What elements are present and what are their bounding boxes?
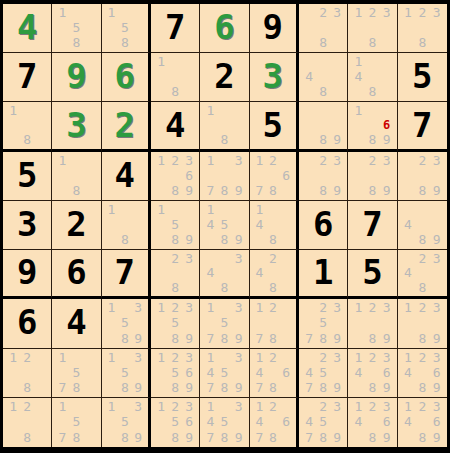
- pencil-mark-1: 1: [203, 399, 217, 414]
- pencil-mark-3: 3: [132, 399, 145, 414]
- solved-digit: 6: [115, 59, 135, 95]
- cell-r8c5[interactable]: 1345789: [200, 349, 249, 398]
- cell-r7c8[interactable]: 12389: [348, 299, 397, 348]
- pencil-mark-empty: [266, 202, 279, 217]
- cell-r3c8[interactable]: 1689: [348, 102, 397, 151]
- cell-r5c8[interactable]: 7: [348, 201, 397, 250]
- pencil-mark-3: 3: [182, 153, 196, 168]
- cell-r5c9[interactable]: 489: [398, 201, 447, 250]
- cell-r6c5[interactable]: 348: [200, 250, 249, 299]
- solved-digit: 9: [66, 59, 86, 95]
- pencil-mark-empty: [415, 217, 429, 232]
- pencil-mark-8: 8: [365, 380, 379, 395]
- cell-r2c1[interactable]: 7: [3, 53, 52, 102]
- cell-r3c7[interactable]: 89: [299, 102, 348, 151]
- pencil-mark-2: 2: [316, 350, 330, 365]
- cell-r1c5[interactable]: 6: [200, 4, 249, 53]
- pencil-mark-empty: [217, 168, 231, 183]
- pencil-mark-empty: [280, 380, 293, 395]
- pencil-mark-empty: [380, 103, 394, 117]
- pencil-mark-8: 8: [217, 330, 231, 345]
- pencil-mark-2: 2: [168, 300, 182, 315]
- pencil-mark-8: 8: [316, 183, 330, 198]
- cell-r7c7[interactable]: 235789: [299, 299, 348, 348]
- pencil-mark-empty: [55, 414, 69, 429]
- pencil-mark-empty: [302, 84, 316, 99]
- pencil-mark-2: 2: [365, 300, 379, 315]
- pencil-mark-1: 1: [401, 300, 415, 315]
- cell-r7c9[interactable]: 12389: [398, 299, 447, 348]
- given-digit: 7: [17, 59, 37, 95]
- cell-r9c8[interactable]: 1234689: [348, 398, 397, 447]
- cell-r7c3[interactable]: 13589: [102, 299, 151, 348]
- pencil-marks: 1234689: [348, 349, 396, 397]
- cell-r2c9[interactable]: 5: [398, 53, 447, 102]
- cell-r7c4[interactable]: 123589: [151, 299, 200, 348]
- pencil-mark-empty: [132, 5, 145, 20]
- pencil-mark-empty: [132, 202, 145, 217]
- pencil-mark-2: 2: [316, 399, 330, 414]
- pencil-mark-9: 9: [132, 380, 145, 395]
- pencil-mark-8: 8: [415, 232, 429, 247]
- pencil-mark-empty: [253, 168, 266, 183]
- cell-r1c4[interactable]: 7: [151, 4, 200, 53]
- pencil-mark-empty: [351, 20, 365, 35]
- cell-r4c7[interactable]: 2389: [299, 152, 348, 201]
- cell-r3c6[interactable]: 5: [250, 102, 299, 151]
- pencil-mark-empty: [69, 153, 83, 168]
- pencil-mark-empty: [232, 103, 246, 117]
- pencil-mark-9: 9: [232, 183, 246, 198]
- cell-r4c5[interactable]: 13789: [200, 152, 249, 201]
- cell-r6c9[interactable]: 2348: [398, 250, 447, 299]
- pencil-marks: 14589: [200, 201, 248, 249]
- cell-r5c7[interactable]: 6: [299, 201, 348, 250]
- pencil-mark-5: 5: [118, 365, 131, 380]
- cell-r8c8[interactable]: 1234689: [348, 349, 397, 398]
- pencil-mark-8: 8: [266, 280, 279, 294]
- cell-r9c2[interactable]: 1578: [52, 398, 101, 447]
- pencil-mark-5: 5: [168, 365, 182, 380]
- cell-r8c9[interactable]: 1234689: [398, 349, 447, 398]
- pencil-mark-1: 1: [351, 350, 365, 365]
- cell-r4c9[interactable]: 2389: [398, 152, 447, 201]
- pencil-mark-7: 7: [302, 430, 316, 445]
- pencil-mark-empty: [380, 315, 394, 330]
- cell-r4c4[interactable]: 123689: [151, 152, 200, 201]
- cell-r2c7[interactable]: 48: [299, 53, 348, 102]
- cell-r6c1[interactable]: 9: [3, 250, 52, 299]
- cell-r4c2[interactable]: 18: [52, 152, 101, 201]
- pencil-mark-1: 1: [253, 350, 266, 365]
- pencil-marks: 18: [3, 102, 51, 148]
- pencil-mark-empty: [217, 202, 231, 217]
- pencil-mark-empty: [154, 69, 168, 84]
- cell-r8c1[interactable]: 128: [3, 349, 52, 398]
- cell-r9c3[interactable]: 13589: [102, 398, 151, 447]
- pencil-mark-8: 8: [118, 330, 131, 345]
- pencil-mark-empty: [182, 54, 196, 69]
- given-digit: 6: [313, 207, 333, 243]
- pencil-mark-2: 2: [168, 399, 182, 414]
- pencil-mark-empty: [365, 103, 379, 117]
- pencil-mark-empty: [154, 365, 168, 380]
- cell-r6c3[interactable]: 7: [102, 250, 151, 299]
- pencil-mark-empty: [415, 20, 429, 35]
- pencil-mark-2: 2: [20, 350, 34, 365]
- pencil-marks: 12389: [348, 299, 396, 347]
- cell-r3c1[interactable]: 18: [3, 102, 52, 151]
- pencil-mark-empty: [302, 118, 316, 132]
- pencil-mark-2: 2: [365, 153, 379, 168]
- pencil-mark-8: 8: [168, 232, 182, 247]
- pencil-marks: 1689: [348, 102, 396, 148]
- pencil-mark-1: 1: [154, 54, 168, 69]
- cell-r1c1[interactable]: 4: [3, 4, 52, 53]
- pencil-mark-empty: [84, 350, 98, 365]
- pencil-mark-7: 7: [55, 430, 69, 445]
- pencil-marks: 1345789: [200, 349, 248, 397]
- pencil-mark-1: 1: [253, 300, 266, 315]
- pencil-mark-5: 5: [69, 20, 83, 35]
- pencil-marks: 148: [250, 201, 296, 249]
- pencil-mark-empty: [401, 153, 415, 168]
- pencil-mark-empty: [232, 202, 246, 217]
- cell-r7c5[interactable]: 135789: [200, 299, 249, 348]
- cell-r4c3[interactable]: 4: [102, 152, 151, 201]
- pencil-mark-2: 2: [365, 399, 379, 414]
- pencil-mark-empty: [217, 153, 231, 168]
- pencil-mark-empty: [401, 183, 415, 198]
- cell-r8c4[interactable]: 1235689: [151, 349, 200, 398]
- pencil-mark-8: 8: [316, 330, 330, 345]
- cell-r4c6[interactable]: 12678: [250, 152, 299, 201]
- pencil-mark-9: 9: [182, 232, 196, 247]
- pencil-mark-empty: [203, 118, 217, 132]
- pencil-mark-9: 9: [182, 380, 196, 395]
- pencil-mark-2: 2: [365, 5, 379, 20]
- pencil-mark-empty: [154, 266, 168, 280]
- pencil-mark-8: 8: [365, 84, 379, 99]
- pencil-mark-empty: [232, 414, 246, 429]
- pencil-mark-8: 8: [316, 132, 330, 146]
- pencil-mark-empty: [280, 350, 293, 365]
- pencil-mark-empty: [280, 315, 293, 330]
- pencil-marks: 238: [151, 250, 199, 296]
- pencil-mark-3: 3: [132, 300, 145, 315]
- cell-r7c6[interactable]: 1278: [250, 299, 299, 348]
- pencil-mark-1: 1: [253, 202, 266, 217]
- pencil-mark-6: 6: [280, 365, 293, 380]
- pencil-mark-8: 8: [118, 232, 131, 247]
- pencil-mark-empty: [330, 54, 344, 69]
- cell-r8c2[interactable]: 1578: [52, 349, 101, 398]
- pencil-mark-empty: [415, 202, 429, 217]
- cell-r9c5[interactable]: 1345789: [200, 398, 249, 447]
- cell-r1c8[interactable]: 1238: [348, 4, 397, 53]
- pencil-mark-empty: [20, 118, 34, 132]
- given-digit: 5: [362, 255, 382, 291]
- pencil-marks: 1235689: [151, 349, 199, 397]
- cell-r2c6[interactable]: 3: [250, 53, 299, 102]
- pencil-mark-empty: [380, 35, 394, 50]
- pencil-mark-empty: [430, 217, 444, 232]
- cell-r2c2[interactable]: 9: [52, 53, 101, 102]
- pencil-marks: 2345789: [299, 398, 347, 447]
- pencil-mark-empty: [84, 153, 98, 168]
- cell-r9c7[interactable]: 2345789: [299, 398, 348, 447]
- cell-r2c8[interactable]: 148: [348, 53, 397, 102]
- pencil-mark-8: 8: [168, 430, 182, 445]
- pencil-mark-1: 1: [203, 202, 217, 217]
- pencil-mark-6: 6: [380, 414, 394, 429]
- pencil-mark-empty: [380, 20, 394, 35]
- pencil-mark-9: 9: [430, 183, 444, 198]
- pencil-mark-empty: [203, 132, 217, 146]
- pencil-mark-5: 5: [168, 217, 182, 232]
- pencil-mark-2: 2: [365, 350, 379, 365]
- cell-r5c1[interactable]: 3: [3, 201, 52, 250]
- cell-r3c9[interactable]: 7: [398, 102, 447, 151]
- pencil-mark-7: 7: [253, 380, 266, 395]
- pencil-mark-empty: [401, 315, 415, 330]
- pencil-mark-empty: [330, 118, 344, 132]
- pencil-mark-empty: [316, 54, 330, 69]
- pencil-marks: 123689: [151, 152, 199, 200]
- pencil-mark-empty: [154, 280, 168, 294]
- cell-r6c2[interactable]: 6: [52, 250, 101, 299]
- cell-r3c5[interactable]: 18: [200, 102, 249, 151]
- pencil-mark-empty: [105, 365, 118, 380]
- pencil-marks: 18: [102, 201, 148, 249]
- pencil-marks: 1278: [250, 299, 296, 347]
- pencil-mark-empty: [6, 365, 20, 380]
- pencil-mark-6: 6: [280, 414, 293, 429]
- pencil-mark-4: 4: [203, 266, 217, 280]
- cell-r5c6[interactable]: 148: [250, 201, 299, 250]
- pencil-mark-empty: [430, 266, 444, 280]
- pencil-mark-9: 9: [380, 132, 394, 146]
- cell-r1c7[interactable]: 238: [299, 4, 348, 53]
- pencil-mark-empty: [118, 300, 131, 315]
- pencil-mark-empty: [280, 183, 293, 198]
- pencil-mark-1: 1: [105, 300, 118, 315]
- pencil-mark-4: 4: [351, 69, 365, 84]
- pencil-mark-empty: [132, 414, 145, 429]
- pencil-mark-empty: [430, 168, 444, 183]
- cell-r1c9[interactable]: 1238: [398, 4, 447, 53]
- pencil-mark-empty: [266, 315, 279, 330]
- pencil-mark-1: 1: [203, 300, 217, 315]
- cell-r1c3[interactable]: 158: [102, 4, 151, 53]
- pencil-mark-empty: [168, 266, 182, 280]
- pencil-marks: 1345789: [200, 398, 248, 447]
- pencil-mark-6: 6: [430, 414, 444, 429]
- pencil-mark-empty: [365, 54, 379, 69]
- pencil-mark-9: 9: [232, 380, 246, 395]
- pencil-mark-empty: [69, 5, 83, 20]
- pencil-mark-8: 8: [217, 280, 231, 294]
- pencil-mark-4: 4: [203, 365, 217, 380]
- pencil-marks: 2345789: [299, 349, 347, 397]
- pencil-mark-empty: [280, 232, 293, 247]
- pencil-mark-empty: [232, 168, 246, 183]
- pencil-mark-empty: [401, 380, 415, 395]
- cell-r7c1[interactable]: 6: [3, 299, 52, 348]
- pencil-mark-4: 4: [351, 414, 365, 429]
- cell-r5c5[interactable]: 14589: [200, 201, 249, 250]
- pencil-mark-empty: [415, 365, 429, 380]
- cell-r9c1[interactable]: 128: [3, 398, 52, 447]
- pencil-mark-empty: [330, 35, 344, 50]
- pencil-mark-empty: [132, 315, 145, 330]
- pencil-mark-3: 3: [330, 300, 344, 315]
- given-digit: 5: [412, 59, 432, 95]
- pencil-mark-2: 2: [266, 300, 279, 315]
- pencil-marks: 18: [200, 102, 248, 148]
- pencil-mark-8: 8: [168, 280, 182, 294]
- pencil-mark-4: 4: [401, 266, 415, 280]
- pencil-mark-3: 3: [182, 350, 196, 365]
- pencil-mark-empty: [84, 430, 98, 445]
- cell-r6c8[interactable]: 5: [348, 250, 397, 299]
- cell-r8c3[interactable]: 13589: [102, 349, 151, 398]
- pencil-mark-8: 8: [217, 232, 231, 247]
- pencil-marks: 148: [348, 53, 396, 101]
- pencil-mark-empty: [365, 168, 379, 183]
- pencil-mark-5: 5: [217, 414, 231, 429]
- given-digit: 9: [263, 10, 283, 46]
- pencil-mark-2: 2: [266, 399, 279, 414]
- pencil-mark-8: 8: [415, 430, 429, 445]
- pencil-marks: 2348: [398, 250, 447, 296]
- pencil-mark-empty: [154, 414, 168, 429]
- pencil-marks: 238: [299, 4, 347, 52]
- pencil-mark-empty: [154, 330, 168, 345]
- cell-r9c6[interactable]: 124678: [250, 398, 299, 447]
- pencil-mark-empty: [351, 84, 365, 99]
- cell-r5c2[interactable]: 2: [52, 201, 101, 250]
- pencil-mark-3: 3: [380, 153, 394, 168]
- cell-r6c4[interactable]: 238: [151, 250, 200, 299]
- pencil-mark-1: 1: [401, 399, 415, 414]
- pencil-mark-empty: [266, 266, 279, 280]
- cell-r4c1[interactable]: 5: [3, 152, 52, 201]
- pencil-mark-9: 9: [330, 430, 344, 445]
- pencil-mark-empty: [20, 365, 34, 380]
- cell-r1c6[interactable]: 9: [250, 4, 299, 53]
- pencil-mark-9: 9: [430, 380, 444, 395]
- pencil-mark-empty: [302, 103, 316, 117]
- pencil-mark-empty: [365, 20, 379, 35]
- pencil-mark-9: 9: [330, 132, 344, 146]
- pencil-mark-7: 7: [203, 380, 217, 395]
- given-digit: 6: [66, 255, 86, 291]
- cell-r6c6[interactable]: 248: [250, 250, 299, 299]
- cell-r3c4[interactable]: 4: [151, 102, 200, 151]
- pencil-mark-empty: [401, 202, 415, 217]
- pencil-mark-empty: [203, 315, 217, 330]
- given-digit: 4: [115, 158, 135, 194]
- pencil-mark-1: 1: [154, 153, 168, 168]
- pencil-mark-3: 3: [330, 350, 344, 365]
- given-digit: 4: [165, 108, 185, 144]
- cell-r5c3[interactable]: 18: [102, 201, 151, 250]
- pencil-marks: 1234689: [398, 349, 447, 397]
- cell-r2c3[interactable]: 6: [102, 53, 151, 102]
- cell-r8c7[interactable]: 2345789: [299, 349, 348, 398]
- cell-r4c8[interactable]: 2389: [348, 152, 397, 201]
- cell-r2c5[interactable]: 2: [200, 53, 249, 102]
- pencil-mark-empty: [365, 118, 379, 132]
- pencil-mark-empty: [203, 251, 217, 265]
- given-digit: 5: [263, 108, 283, 144]
- pencil-mark-empty: [316, 103, 330, 117]
- pencil-mark-8: 8: [69, 35, 83, 50]
- cell-r1c2[interactable]: 158: [52, 4, 101, 53]
- pencil-mark-empty: [182, 84, 196, 99]
- cell-r2c4[interactable]: 18: [151, 53, 200, 102]
- pencil-mark-empty: [217, 251, 231, 265]
- cell-r5c4[interactable]: 1589: [151, 201, 200, 250]
- pencil-mark-8: 8: [365, 132, 379, 146]
- pencil-mark-2: 2: [415, 153, 429, 168]
- cell-r7c2[interactable]: 4: [52, 299, 101, 348]
- pencil-mark-1: 1: [154, 399, 168, 414]
- given-digit: 4: [66, 305, 86, 341]
- pencil-mark-3: 3: [232, 399, 246, 414]
- cell-r9c4[interactable]: 1235689: [151, 398, 200, 447]
- cell-r6c7[interactable]: 1: [299, 250, 348, 299]
- cell-r3c2[interactable]: 3: [52, 102, 101, 151]
- pencil-marks: 124678: [250, 349, 296, 397]
- pencil-mark-4: 4: [253, 217, 266, 232]
- pencil-mark-empty: [118, 350, 131, 365]
- pencil-mark-5: 5: [316, 315, 330, 330]
- pencil-mark-3: 3: [232, 350, 246, 365]
- solved-digit: 3: [263, 59, 283, 95]
- pencil-mark-9: 9: [430, 430, 444, 445]
- solved-digit: 6: [214, 10, 234, 46]
- pencil-mark-4: 4: [302, 414, 316, 429]
- pencil-mark-8: 8: [266, 330, 279, 345]
- pencil-mark-4: 4: [253, 266, 266, 280]
- pencil-mark-empty: [105, 217, 118, 232]
- pencil-marks: 1238: [348, 4, 396, 52]
- pencil-mark-empty: [132, 365, 145, 380]
- pencil-mark-empty: [351, 430, 365, 445]
- pencil-mark-8: 8: [69, 430, 83, 445]
- pencil-mark-1: 1: [351, 5, 365, 20]
- pencil-mark-empty: [380, 84, 394, 99]
- pencil-mark-3: 3: [182, 300, 196, 315]
- given-digit: 7: [412, 108, 432, 144]
- cell-r9c9[interactable]: 1234689: [398, 398, 447, 447]
- pencil-mark-9: 9: [380, 330, 394, 345]
- given-digit: 1: [313, 255, 333, 291]
- pencil-mark-8: 8: [69, 183, 83, 198]
- pencil-mark-empty: [232, 280, 246, 294]
- pencil-mark-empty: [168, 54, 182, 69]
- pencil-mark-empty: [365, 315, 379, 330]
- pencil-mark-empty: [55, 168, 69, 183]
- cell-r3c3[interactable]: 2: [102, 102, 151, 151]
- pencil-mark-empty: [232, 217, 246, 232]
- pencil-mark-empty: [302, 300, 316, 315]
- pencil-mark-empty: [266, 414, 279, 429]
- cell-r8c6[interactable]: 124678: [250, 349, 299, 398]
- pencil-mark-1: 1: [203, 103, 217, 117]
